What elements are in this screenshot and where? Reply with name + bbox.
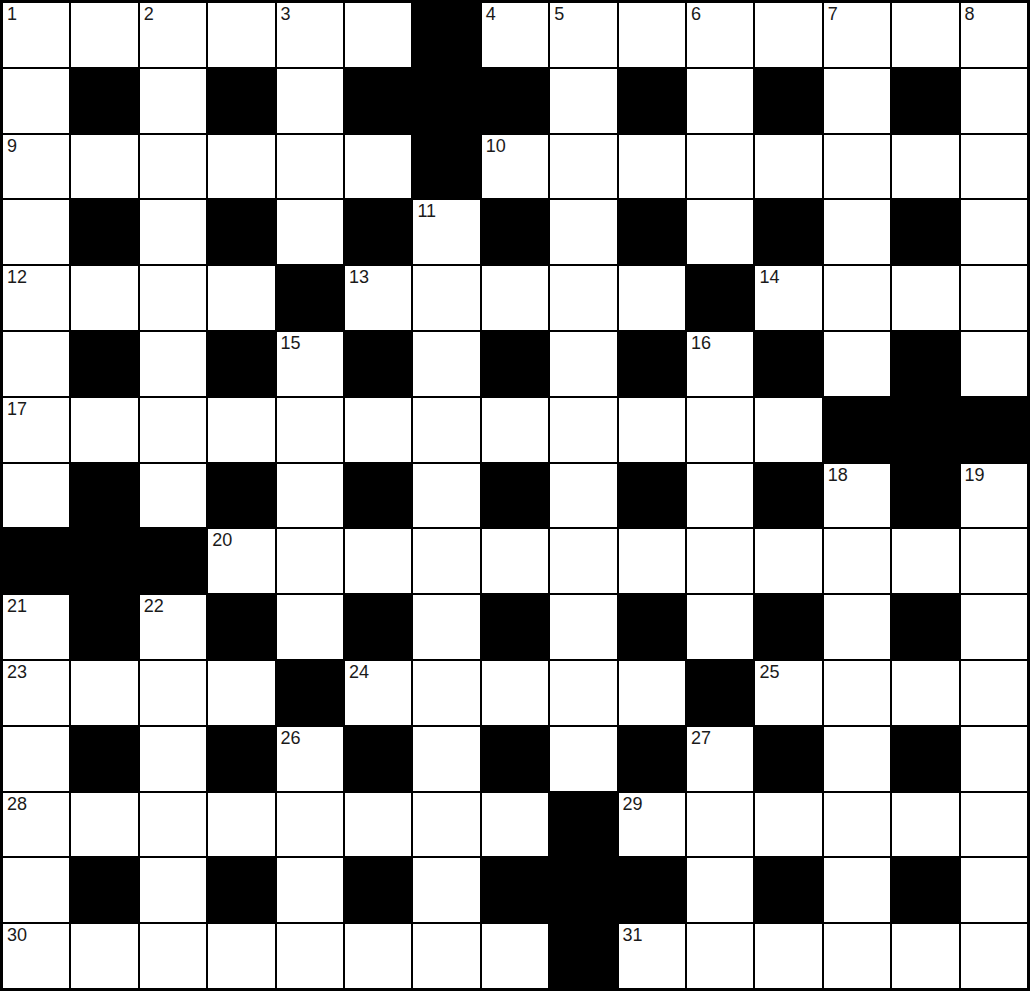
white-cell[interactable] (619, 135, 685, 199)
black-cell (482, 595, 548, 659)
black-cell (482, 200, 548, 264)
white-cell[interactable] (482, 924, 548, 988)
clue-number: 29 (623, 794, 643, 814)
white-cell[interactable] (550, 398, 616, 462)
white-cell[interactable] (482, 529, 548, 593)
black-cell (961, 398, 1027, 462)
white-cell[interactable] (824, 727, 890, 791)
black-cell (345, 200, 411, 264)
black-cell (208, 464, 274, 528)
white-cell[interactable]: 4 (482, 3, 548, 67)
black-cell (619, 595, 685, 659)
black-cell (824, 398, 890, 462)
white-cell[interactable] (140, 727, 206, 791)
black-cell (277, 661, 343, 725)
white-cell[interactable] (550, 727, 616, 791)
white-cell[interactable]: 8 (961, 3, 1027, 67)
white-cell[interactable] (413, 464, 479, 528)
white-cell[interactable] (71, 924, 137, 988)
white-cell[interactable] (687, 464, 753, 528)
black-cell (482, 858, 548, 922)
white-cell[interactable] (550, 529, 616, 593)
clue-number: 17 (7, 399, 27, 419)
black-cell (208, 727, 274, 791)
clue-number: 31 (623, 925, 643, 945)
black-cell (71, 595, 137, 659)
white-cell[interactable] (961, 266, 1027, 330)
white-cell[interactable] (345, 793, 411, 857)
clue-number: 21 (7, 596, 27, 616)
white-cell[interactable] (413, 661, 479, 725)
white-cell[interactable] (413, 858, 479, 922)
black-cell (619, 727, 685, 791)
black-cell (413, 3, 479, 67)
white-cell[interactable] (208, 135, 274, 199)
white-cell[interactable] (687, 69, 753, 133)
white-cell[interactable] (140, 69, 206, 133)
clue-number: 4 (486, 4, 496, 24)
black-cell (345, 727, 411, 791)
white-cell[interactable] (277, 135, 343, 199)
white-cell[interactable] (961, 793, 1027, 857)
black-cell (755, 464, 821, 528)
black-cell (619, 332, 685, 396)
white-cell[interactable] (687, 135, 753, 199)
black-cell (892, 398, 958, 462)
white-cell[interactable]: 2 (140, 3, 206, 67)
black-cell (345, 332, 411, 396)
black-cell (71, 529, 137, 593)
white-cell[interactable]: 19 (961, 464, 1027, 528)
white-cell[interactable] (755, 3, 821, 67)
white-cell[interactable]: 22 (140, 595, 206, 659)
clue-number: 7 (828, 4, 838, 24)
white-cell[interactable] (71, 661, 137, 725)
white-cell[interactable] (482, 398, 548, 462)
crossword-board: 1234567891011121314151617181920212223242… (0, 0, 1030, 991)
white-cell[interactable]: 31 (619, 924, 685, 988)
white-cell[interactable] (892, 924, 958, 988)
white-cell[interactable]: 25 (755, 661, 821, 725)
white-cell[interactable] (687, 529, 753, 593)
black-cell (755, 200, 821, 264)
white-cell[interactable] (71, 3, 137, 67)
white-cell[interactable] (482, 661, 548, 725)
white-cell[interactable] (277, 793, 343, 857)
black-cell (892, 332, 958, 396)
white-cell[interactable] (140, 793, 206, 857)
white-cell[interactable] (208, 266, 274, 330)
white-cell[interactable] (413, 529, 479, 593)
white-cell[interactable]: 27 (687, 727, 753, 791)
white-cell[interactable] (277, 529, 343, 593)
white-cell[interactable] (824, 793, 890, 857)
white-cell[interactable] (550, 266, 616, 330)
white-cell[interactable] (550, 135, 616, 199)
black-cell (892, 595, 958, 659)
black-cell (755, 727, 821, 791)
white-cell[interactable] (755, 924, 821, 988)
white-cell[interactable] (277, 595, 343, 659)
black-cell (892, 200, 958, 264)
white-cell[interactable]: 29 (619, 793, 685, 857)
white-cell[interactable] (413, 793, 479, 857)
white-cell[interactable] (892, 266, 958, 330)
white-cell[interactable] (413, 266, 479, 330)
black-cell (71, 727, 137, 791)
black-cell (140, 529, 206, 593)
white-cell[interactable]: 9 (3, 135, 69, 199)
white-cell[interactable] (413, 332, 479, 396)
black-cell (892, 727, 958, 791)
clue-number: 1 (7, 4, 17, 24)
white-cell[interactable] (277, 464, 343, 528)
black-cell (345, 464, 411, 528)
white-cell[interactable] (550, 661, 616, 725)
black-cell (755, 595, 821, 659)
black-cell (687, 266, 753, 330)
black-cell (892, 69, 958, 133)
white-cell[interactable] (824, 924, 890, 988)
black-cell (345, 69, 411, 133)
white-cell[interactable] (687, 595, 753, 659)
black-cell (755, 858, 821, 922)
black-cell (413, 135, 479, 199)
black-cell (3, 529, 69, 593)
white-cell[interactable] (3, 858, 69, 922)
white-cell[interactable] (482, 793, 548, 857)
clue-number: 18 (828, 465, 848, 485)
white-cell[interactable] (755, 398, 821, 462)
white-cell[interactable] (961, 529, 1027, 593)
white-cell[interactable] (140, 398, 206, 462)
white-cell[interactable] (619, 529, 685, 593)
white-cell[interactable] (345, 135, 411, 199)
white-cell[interactable]: 15 (277, 332, 343, 396)
white-cell[interactable] (345, 3, 411, 67)
white-cell[interactable] (687, 924, 753, 988)
white-cell[interactable] (3, 69, 69, 133)
white-cell[interactable] (619, 398, 685, 462)
clue-number: 6 (691, 4, 701, 24)
black-cell (71, 464, 137, 528)
white-cell[interactable]: 16 (687, 332, 753, 396)
white-cell[interactable]: 26 (277, 727, 343, 791)
white-cell[interactable] (892, 793, 958, 857)
white-cell[interactable] (208, 793, 274, 857)
white-cell[interactable]: 5 (550, 3, 616, 67)
white-cell[interactable] (208, 398, 274, 462)
clue-number: 19 (965, 465, 985, 485)
white-cell[interactable] (619, 3, 685, 67)
clue-number: 9 (7, 136, 17, 156)
white-cell[interactable] (619, 661, 685, 725)
white-cell[interactable] (755, 529, 821, 593)
white-cell[interactable] (413, 595, 479, 659)
white-cell[interactable] (345, 529, 411, 593)
white-cell[interactable] (277, 858, 343, 922)
white-cell[interactable] (687, 858, 753, 922)
white-cell[interactable] (140, 266, 206, 330)
white-cell[interactable] (892, 135, 958, 199)
white-cell[interactable] (345, 398, 411, 462)
black-cell (208, 69, 274, 133)
clue-number: 15 (281, 333, 301, 353)
white-cell[interactable] (277, 69, 343, 133)
white-cell[interactable] (71, 135, 137, 199)
white-cell[interactable]: 3 (277, 3, 343, 67)
white-cell[interactable]: 12 (3, 266, 69, 330)
white-cell[interactable] (824, 858, 890, 922)
clue-number: 30 (7, 925, 27, 945)
white-cell[interactable] (961, 135, 1027, 199)
white-cell[interactable] (892, 3, 958, 67)
white-cell[interactable] (140, 464, 206, 528)
black-cell (619, 858, 685, 922)
clue-number: 23 (7, 662, 27, 682)
clue-number: 3 (281, 4, 291, 24)
white-cell[interactable] (755, 793, 821, 857)
white-cell[interactable] (824, 200, 890, 264)
white-cell[interactable] (3, 332, 69, 396)
white-cell[interactable]: 13 (345, 266, 411, 330)
white-cell[interactable] (961, 924, 1027, 988)
white-cell[interactable] (208, 924, 274, 988)
white-cell[interactable] (824, 529, 890, 593)
white-cell[interactable] (961, 661, 1027, 725)
white-cell[interactable] (550, 69, 616, 133)
black-cell (550, 924, 616, 988)
clue-number: 27 (691, 728, 711, 748)
black-cell (619, 69, 685, 133)
white-cell[interactable]: 21 (3, 595, 69, 659)
white-cell[interactable]: 10 (482, 135, 548, 199)
white-cell[interactable]: 23 (3, 661, 69, 725)
white-cell[interactable] (824, 661, 890, 725)
white-cell[interactable]: 7 (824, 3, 890, 67)
white-cell[interactable] (482, 266, 548, 330)
white-cell[interactable] (140, 200, 206, 264)
black-cell (345, 858, 411, 922)
white-cell[interactable] (345, 924, 411, 988)
white-cell[interactable] (961, 727, 1027, 791)
black-cell (345, 595, 411, 659)
clue-number: 24 (349, 662, 369, 682)
white-cell[interactable] (961, 595, 1027, 659)
white-cell[interactable] (550, 595, 616, 659)
white-cell[interactable] (71, 398, 137, 462)
white-cell[interactable] (140, 661, 206, 725)
black-cell (208, 595, 274, 659)
white-cell[interactable] (413, 727, 479, 791)
white-cell[interactable]: 11 (413, 200, 479, 264)
black-cell (208, 332, 274, 396)
white-cell[interactable] (277, 200, 343, 264)
white-cell[interactable]: 24 (345, 661, 411, 725)
black-cell (482, 69, 548, 133)
black-cell (550, 858, 616, 922)
black-cell (550, 793, 616, 857)
white-cell[interactable] (413, 398, 479, 462)
white-cell[interactable] (550, 332, 616, 396)
white-cell[interactable]: 18 (824, 464, 890, 528)
clue-number: 28 (7, 794, 27, 814)
white-cell[interactable] (892, 661, 958, 725)
white-cell[interactable] (961, 858, 1027, 922)
clue-number: 26 (281, 728, 301, 748)
black-cell (619, 200, 685, 264)
white-cell[interactable] (277, 398, 343, 462)
white-cell[interactable] (71, 266, 137, 330)
clue-number: 22 (144, 596, 164, 616)
black-cell (208, 858, 274, 922)
black-cell (277, 266, 343, 330)
white-cell[interactable] (550, 464, 616, 528)
white-cell[interactable] (961, 69, 1027, 133)
white-cell[interactable] (824, 69, 890, 133)
white-cell[interactable] (3, 727, 69, 791)
black-cell (892, 858, 958, 922)
black-cell (482, 332, 548, 396)
white-cell[interactable] (892, 529, 958, 593)
black-cell (755, 332, 821, 396)
black-cell (892, 464, 958, 528)
clue-number: 8 (965, 4, 975, 24)
white-cell[interactable]: 17 (3, 398, 69, 462)
white-cell[interactable] (824, 332, 890, 396)
white-cell[interactable] (550, 200, 616, 264)
clue-number: 2 (144, 4, 154, 24)
white-cell[interactable]: 6 (687, 3, 753, 67)
clue-number: 13 (349, 267, 369, 287)
white-cell[interactable] (824, 266, 890, 330)
black-cell (482, 727, 548, 791)
black-cell (413, 69, 479, 133)
clue-number: 14 (759, 267, 779, 287)
clue-number: 5 (554, 4, 564, 24)
white-cell[interactable] (140, 332, 206, 396)
clue-number: 12 (7, 267, 27, 287)
white-cell[interactable]: 14 (755, 266, 821, 330)
black-cell (71, 858, 137, 922)
white-cell[interactable] (277, 924, 343, 988)
black-cell (755, 69, 821, 133)
clue-number: 20 (212, 530, 232, 550)
black-cell (71, 200, 137, 264)
white-cell[interactable] (961, 332, 1027, 396)
black-cell (619, 464, 685, 528)
white-cell[interactable] (140, 135, 206, 199)
white-cell[interactable] (687, 398, 753, 462)
white-cell[interactable] (208, 661, 274, 725)
white-cell[interactable] (3, 200, 69, 264)
black-cell (71, 332, 137, 396)
black-cell (71, 69, 137, 133)
clue-number: 10 (486, 136, 506, 156)
white-cell[interactable] (961, 200, 1027, 264)
white-cell[interactable] (755, 135, 821, 199)
white-cell[interactable] (687, 793, 753, 857)
white-cell[interactable]: 28 (3, 793, 69, 857)
white-cell[interactable] (3, 464, 69, 528)
clue-number: 25 (759, 662, 779, 682)
white-cell[interactable] (687, 200, 753, 264)
white-cell[interactable] (824, 135, 890, 199)
white-cell[interactable]: 30 (3, 924, 69, 988)
white-cell[interactable]: 20 (208, 529, 274, 593)
white-cell[interactable] (71, 793, 137, 857)
clue-number: 11 (417, 201, 436, 221)
clue-number: 16 (691, 333, 711, 353)
white-cell[interactable] (140, 924, 206, 988)
white-cell[interactable] (824, 595, 890, 659)
black-cell (687, 661, 753, 725)
white-cell[interactable] (619, 266, 685, 330)
white-cell[interactable] (413, 924, 479, 988)
white-cell[interactable] (208, 3, 274, 67)
white-cell[interactable]: 1 (3, 3, 69, 67)
black-cell (208, 200, 274, 264)
black-cell (482, 464, 548, 528)
crossword-puzzle: 1234567891011121314151617181920212223242… (0, 0, 1030, 991)
white-cell[interactable] (140, 858, 206, 922)
